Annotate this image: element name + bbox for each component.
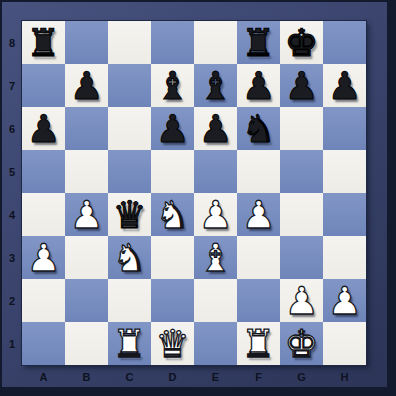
file-label-f: F	[237, 366, 280, 387]
square-a5[interactable]	[22, 150, 65, 193]
square-h1[interactable]	[323, 322, 366, 365]
file-label-c: C	[108, 366, 151, 387]
square-g7[interactable]: ♟	[280, 64, 323, 107]
rank-label-6: 6	[2, 107, 22, 150]
square-d2[interactable]	[151, 279, 194, 322]
black-pawn: ♟	[284, 67, 318, 105]
white-knight: ♞	[112, 239, 146, 277]
square-e8[interactable]	[194, 21, 237, 64]
file-label-b: B	[65, 366, 108, 387]
square-h2[interactable]: ♟	[323, 279, 366, 322]
white-king: ♚	[284, 325, 318, 363]
square-b2[interactable]	[65, 279, 108, 322]
square-c3[interactable]: ♞	[108, 236, 151, 279]
square-d4[interactable]: ♞	[151, 193, 194, 236]
black-bishop: ♝	[155, 67, 189, 105]
square-a7[interactable]	[22, 64, 65, 107]
square-a4[interactable]	[22, 193, 65, 236]
square-g5[interactable]	[280, 150, 323, 193]
square-b5[interactable]	[65, 150, 108, 193]
square-c2[interactable]	[108, 279, 151, 322]
rank-label-3: 3	[2, 236, 22, 279]
square-b3[interactable]	[65, 236, 108, 279]
square-f5[interactable]	[237, 150, 280, 193]
rank-label-8: 8	[2, 21, 22, 64]
square-e6[interactable]: ♟	[194, 107, 237, 150]
square-e1[interactable]	[194, 322, 237, 365]
square-c4[interactable]: ♛	[108, 193, 151, 236]
black-pawn: ♟	[155, 110, 189, 148]
black-king: ♚	[284, 24, 318, 62]
square-a8[interactable]: ♜	[22, 21, 65, 64]
square-h5[interactable]	[323, 150, 366, 193]
black-rook: ♜	[241, 24, 275, 62]
square-c7[interactable]	[108, 64, 151, 107]
square-f6[interactable]: ♞	[237, 107, 280, 150]
black-pawn: ♟	[241, 67, 275, 105]
square-g3[interactable]	[280, 236, 323, 279]
white-pawn: ♟	[26, 239, 60, 277]
white-knight: ♞	[155, 196, 189, 234]
square-f8[interactable]: ♜	[237, 21, 280, 64]
black-rook: ♜	[26, 24, 60, 62]
white-pawn: ♟	[69, 196, 103, 234]
square-h4[interactable]	[323, 193, 366, 236]
square-d6[interactable]: ♟	[151, 107, 194, 150]
rank-label-4: 4	[2, 193, 22, 236]
square-g1[interactable]: ♚	[280, 322, 323, 365]
square-a2[interactable]	[22, 279, 65, 322]
white-rook: ♜	[112, 325, 146, 363]
black-queen: ♛	[112, 196, 146, 234]
square-g6[interactable]	[280, 107, 323, 150]
square-f7[interactable]: ♟	[237, 64, 280, 107]
square-d5[interactable]	[151, 150, 194, 193]
square-b6[interactable]	[65, 107, 108, 150]
square-g4[interactable]	[280, 193, 323, 236]
white-queen: ♛	[155, 325, 189, 363]
chess-board: ♜♜♚♟♝♝♟♟♟♟♟♟♞♟♛♞♟♟♟♞♝♟♟♜♛♜♚	[22, 21, 366, 365]
square-b8[interactable]	[65, 21, 108, 64]
square-b7[interactable]: ♟	[65, 64, 108, 107]
square-f3[interactable]	[237, 236, 280, 279]
white-rook: ♜	[241, 325, 275, 363]
rank-label-1: 1	[2, 322, 22, 365]
square-g2[interactable]: ♟	[280, 279, 323, 322]
square-c8[interactable]	[108, 21, 151, 64]
white-pawn: ♟	[241, 196, 275, 234]
square-d1[interactable]: ♛	[151, 322, 194, 365]
black-pawn: ♟	[327, 67, 361, 105]
rank-label-7: 7	[2, 64, 22, 107]
square-b4[interactable]: ♟	[65, 193, 108, 236]
file-label-g: G	[280, 366, 323, 387]
square-a6[interactable]: ♟	[22, 107, 65, 150]
square-d3[interactable]	[151, 236, 194, 279]
square-g8[interactable]: ♚	[280, 21, 323, 64]
black-pawn: ♟	[198, 110, 232, 148]
square-e3[interactable]: ♝	[194, 236, 237, 279]
square-d8[interactable]	[151, 21, 194, 64]
file-labels: ABCDEFGH	[22, 366, 366, 387]
square-h7[interactable]: ♟	[323, 64, 366, 107]
square-b1[interactable]	[65, 322, 108, 365]
square-f2[interactable]	[237, 279, 280, 322]
square-e4[interactable]: ♟	[194, 193, 237, 236]
square-c6[interactable]	[108, 107, 151, 150]
square-h6[interactable]	[323, 107, 366, 150]
white-pawn: ♟	[198, 196, 232, 234]
file-label-e: E	[194, 366, 237, 387]
square-c5[interactable]	[108, 150, 151, 193]
rank-label-2: 2	[2, 279, 22, 322]
square-e2[interactable]	[194, 279, 237, 322]
file-label-h: H	[323, 366, 366, 387]
square-h8[interactable]	[323, 21, 366, 64]
square-h3[interactable]	[323, 236, 366, 279]
black-pawn: ♟	[69, 67, 103, 105]
file-label-d: D	[151, 366, 194, 387]
file-label-a: A	[22, 366, 65, 387]
black-bishop: ♝	[198, 67, 232, 105]
square-f4[interactable]: ♟	[237, 193, 280, 236]
chess-board-diagram: 87654321 ♜♜♚♟♝♝♟♟♟♟♟♟♞♟♛♞♟♟♟♞♝♟♟♜♛♜♚ ABC…	[0, 0, 396, 396]
square-f1[interactable]: ♜	[237, 322, 280, 365]
white-pawn: ♟	[284, 282, 318, 320]
square-e7[interactable]: ♝	[194, 64, 237, 107]
square-a3[interactable]: ♟	[22, 236, 65, 279]
black-pawn: ♟	[26, 110, 60, 148]
square-d7[interactable]: ♝	[151, 64, 194, 107]
square-e5[interactable]	[194, 150, 237, 193]
square-a1[interactable]	[22, 322, 65, 365]
square-c1[interactable]: ♜	[108, 322, 151, 365]
white-bishop: ♝	[198, 239, 232, 277]
white-pawn: ♟	[327, 282, 361, 320]
black-knight: ♞	[241, 110, 275, 148]
rank-labels: 87654321	[2, 21, 22, 365]
rank-label-5: 5	[2, 150, 22, 193]
